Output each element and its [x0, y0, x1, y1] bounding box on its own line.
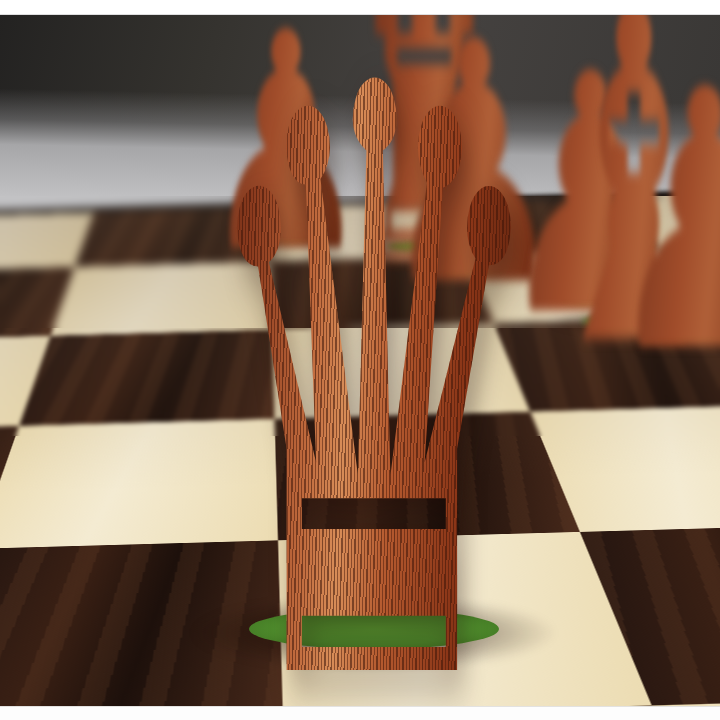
queen-glyph: ♛: [192, 0, 557, 720]
chess-photo-scene: ♟♜♟♟♝♟♛: [0, 0, 720, 720]
pawn-glyph: ♟: [605, 43, 720, 401]
photo-border-top: [0, 0, 720, 15]
pieces-layer: ♟♜♟♟♝♟♛: [0, 0, 720, 720]
photo-border-bottom: [0, 706, 720, 720]
